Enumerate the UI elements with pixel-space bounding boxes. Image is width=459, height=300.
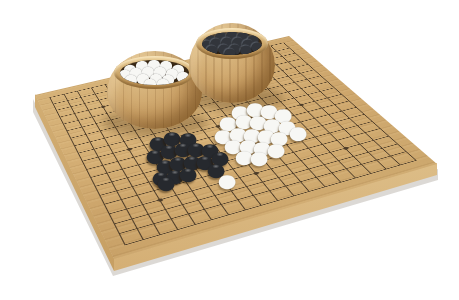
black-go-stone: ● — [156, 174, 175, 192]
black-bowl-rim: ●●●●●●●●●●●●●●●● — [196, 28, 268, 59]
black-stones-bowl: ●●●●●●●●●●●●●●●● — [189, 23, 275, 103]
white-go-stone: ● — [288, 124, 307, 142]
black-bowl-stone: ● — [223, 46, 236, 55]
white-go-stone: ● — [266, 141, 285, 159]
black-go-stone: ● — [178, 165, 197, 183]
white-go-stone: ● — [217, 172, 236, 190]
white-go-stone: ● — [249, 149, 268, 167]
white-bowl-stone: ● — [156, 76, 170, 85]
white-bowl-rim: ●●●●●●●●●●●●●●●●● — [114, 56, 195, 89]
white-bowl-stone: ● — [176, 69, 189, 83]
white-bowl-stone: ● — [143, 76, 157, 85]
black-bowl-opening: ●●●●●●●●●●●●●●●● — [202, 32, 262, 55]
white-stones-bowl: ●●●●●●●●●●●●●●●●● — [107, 51, 202, 129]
black-bowl-stone: ● — [239, 43, 252, 55]
white-bowl-opening: ●●●●●●●●●●●●●●●●● — [120, 60, 189, 85]
go-scene: ●●●●●●●●●●●●●●●●●●●●●●●●●●●●●●●●●●●●●●●●… — [0, 0, 459, 300]
